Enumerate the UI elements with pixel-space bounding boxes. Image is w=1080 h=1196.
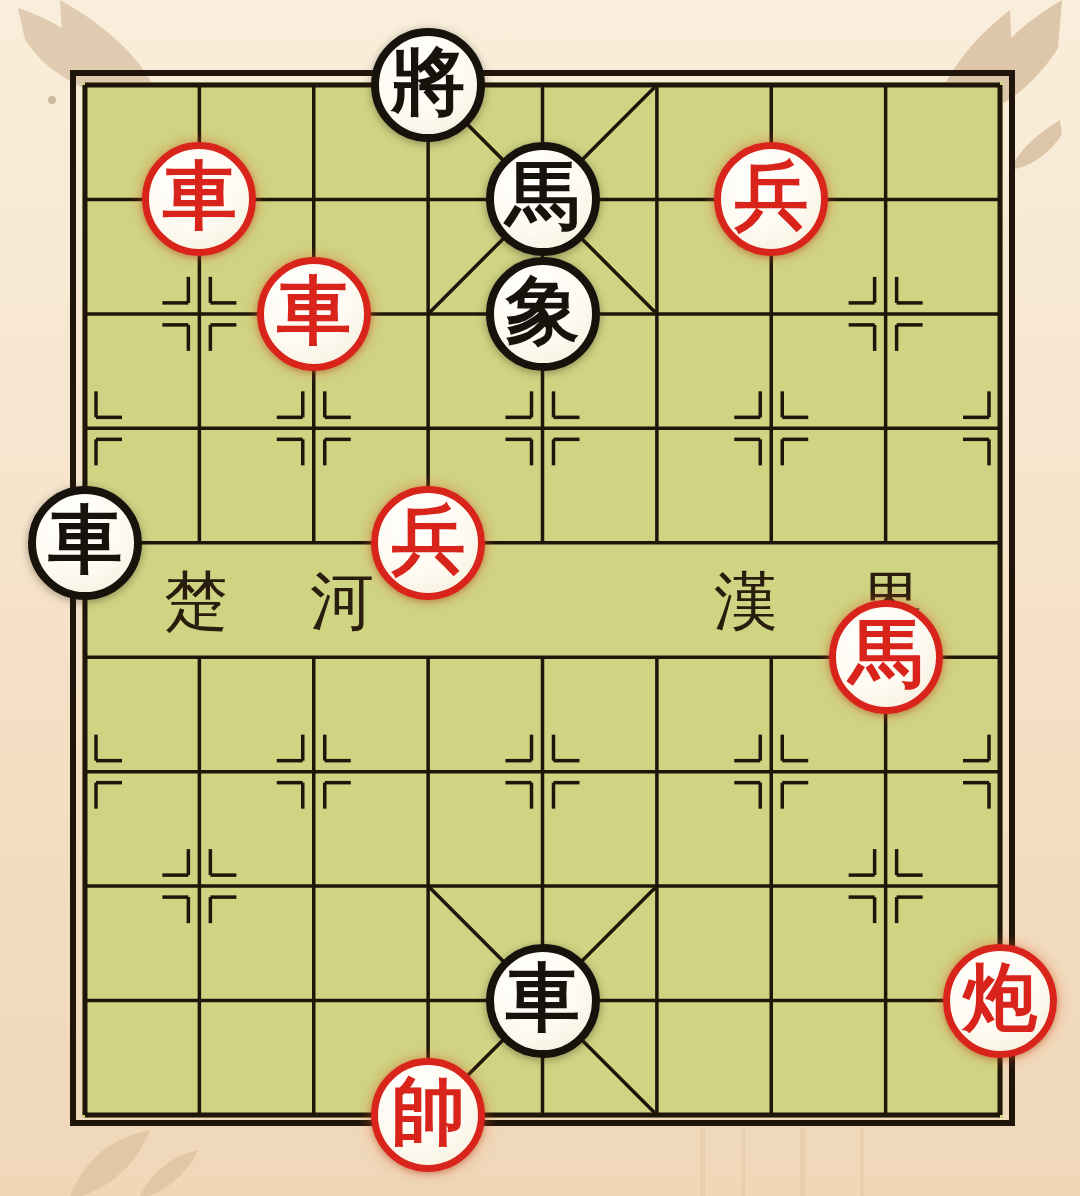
piece-glyph: 帥 (391, 1075, 465, 1149)
piece-glyph: 車 (506, 961, 580, 1035)
piece-glyph: 馬 (849, 617, 923, 691)
black-chariot-piece[interactable]: 車 (486, 944, 600, 1058)
red-cannon-piece[interactable]: 炮 (943, 944, 1057, 1058)
piece-glyph: 馬 (506, 159, 580, 233)
red-horse-piece[interactable]: 馬 (829, 600, 943, 714)
piece-glyph: 車 (277, 274, 351, 348)
piece-glyph: 兵 (734, 159, 808, 233)
black-elephant-piece[interactable]: 象 (486, 257, 600, 371)
black-horse-piece[interactable]: 馬 (486, 142, 600, 256)
red-soldier-piece[interactable]: 兵 (714, 142, 828, 256)
piece-glyph: 炮 (963, 961, 1037, 1035)
piece-glyph: 將 (391, 45, 465, 119)
river-char: 河 (302, 561, 382, 641)
piece-glyph: 兵 (391, 503, 465, 577)
black-chariot-piece[interactable]: 車 (28, 486, 142, 600)
piece-glyph: 車 (162, 159, 236, 233)
piece-glyph: 車 (48, 503, 122, 577)
red-general-piece[interactable]: 帥 (371, 1058, 485, 1172)
xiangqi-scene: 楚河漢界 將車馬兵車象車兵馬車炮帥 (0, 0, 1080, 1196)
river-char: 楚 (156, 561, 236, 641)
red-soldier-piece[interactable]: 兵 (371, 486, 485, 600)
piece-glyph: 象 (506, 274, 580, 348)
red-chariot-piece[interactable]: 車 (142, 142, 256, 256)
river-char: 漢 (706, 561, 786, 641)
red-chariot-piece[interactable]: 車 (257, 257, 371, 371)
black-general-piece[interactable]: 將 (371, 28, 485, 142)
